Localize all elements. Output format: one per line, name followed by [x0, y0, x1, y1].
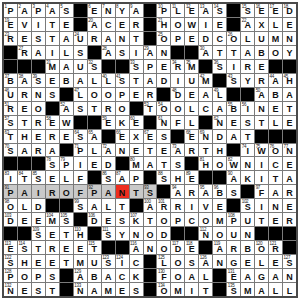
grid-cell[interactable]: A [102, 269, 115, 282]
grid-cell[interactable]: C [116, 269, 129, 282]
grid-cell[interactable]: H [18, 255, 31, 268]
grid-cell[interactable]: N [241, 227, 254, 240]
grid-cell[interactable]: B [255, 46, 268, 59]
grid-cell[interactable]: T [130, 32, 143, 45]
grid-cell[interactable]: N [144, 241, 157, 254]
highlighted-cell[interactable]: I [32, 185, 45, 198]
grid-cell[interactable]: O [171, 18, 184, 31]
grid-cell[interactable]: 60E [130, 116, 143, 129]
grid-cell[interactable]: 106D [88, 213, 101, 226]
grid-cell[interactable]: T [213, 46, 226, 59]
grid-cell[interactable]: 116A [130, 241, 143, 254]
grid-cell[interactable]: A [241, 46, 254, 59]
grid-cell[interactable]: M [171, 283, 184, 296]
grid-cell[interactable]: E [130, 88, 143, 101]
grid-cell[interactable]: E [32, 213, 45, 226]
grid-cell[interactable]: 70S [4, 144, 17, 157]
grid-cell[interactable]: X [130, 130, 143, 143]
grid-cell[interactable]: E [213, 199, 226, 212]
grid-cell[interactable]: C [130, 255, 143, 268]
grid-cell[interactable]: A [213, 102, 226, 115]
grid-cell[interactable]: S [46, 88, 59, 101]
grid-cell[interactable]: E [227, 116, 240, 129]
grid-cell[interactable]: T [18, 116, 31, 129]
grid-cell[interactable]: O [32, 102, 45, 115]
grid-cell[interactable]: T [255, 213, 268, 226]
grid-cell[interactable]: Y [283, 46, 296, 59]
grid-cell[interactable]: T [60, 227, 73, 240]
grid-cell[interactable]: 61N [157, 116, 170, 129]
grid-cell[interactable]: 36S [213, 60, 226, 73]
grid-cell[interactable]: D [32, 199, 45, 212]
grid-cell[interactable]: 85S [32, 171, 45, 184]
grid-cell[interactable]: 33S [130, 60, 143, 73]
grid-cell[interactable]: E [283, 157, 296, 170]
highlighted-cell[interactable]: 92P [88, 185, 101, 198]
grid-cell[interactable]: E [32, 255, 45, 268]
grid-cell[interactable]: L [283, 283, 296, 296]
grid-cell[interactable]: M [213, 213, 226, 226]
grid-cell[interactable]: R [255, 74, 268, 87]
grid-cell[interactable]: 32S [88, 60, 101, 73]
grid-cell[interactable]: 10P [157, 4, 170, 17]
grid-cell[interactable]: 45H [283, 74, 296, 87]
grid-cell[interactable]: T [144, 144, 157, 157]
grid-cell[interactable]: 31M [46, 60, 59, 73]
grid-cell[interactable]: S [32, 32, 45, 45]
grid-cell[interactable]: U [241, 213, 254, 226]
grid-cell[interactable]: 57S [4, 116, 17, 129]
grid-cell[interactable]: N [116, 144, 129, 157]
grid-cell[interactable]: X [255, 18, 268, 31]
grid-cell[interactable]: 129A [74, 269, 87, 282]
grid-cell[interactable]: C [199, 102, 212, 115]
grid-cell[interactable]: 125L [157, 255, 170, 268]
grid-cell[interactable]: T [255, 116, 268, 129]
selected-cell[interactable]: N [116, 185, 129, 198]
grid-cell[interactable]: 18D [283, 4, 296, 17]
grid-cell[interactable]: R [227, 241, 240, 254]
grid-cell[interactable]: 7N [102, 4, 115, 17]
grid-cell[interactable]: 1P [4, 4, 17, 17]
grid-cell[interactable]: 79P [60, 157, 73, 170]
grid-cell[interactable]: 84T [18, 171, 31, 184]
grid-cell[interactable]: 44A [269, 74, 282, 87]
grid-cell[interactable]: F [171, 116, 184, 129]
grid-cell[interactable]: 128P [4, 269, 17, 282]
grid-cell[interactable]: A [199, 88, 212, 101]
grid-cell[interactable]: T [116, 199, 129, 212]
grid-cell[interactable]: C [185, 213, 198, 226]
grid-cell[interactable]: 89E [185, 171, 198, 184]
grid-cell[interactable]: 69N [199, 130, 212, 143]
grid-cell[interactable]: 100A [144, 199, 157, 212]
grid-cell[interactable]: E [283, 199, 296, 212]
grid-cell[interactable]: 62N [213, 116, 226, 129]
highlighted-cell[interactable]: 93S [144, 185, 157, 198]
grid-cell[interactable]: R [46, 241, 59, 254]
grid-cell[interactable]: 54O [157, 102, 170, 115]
grid-cell[interactable]: T [241, 130, 254, 143]
grid-cell[interactable]: 103D [4, 213, 17, 226]
grid-cell[interactable]: 126A [199, 255, 212, 268]
grid-cell[interactable]: 66E [116, 130, 129, 143]
grid-cell[interactable]: 131E [227, 269, 240, 282]
grid-cell[interactable]: 35M [185, 60, 198, 73]
grid-cell[interactable]: R [171, 199, 184, 212]
grid-cell[interactable]: 101R [157, 199, 170, 212]
grid-cell[interactable]: 97F [255, 185, 268, 198]
grid-cell[interactable]: R [185, 185, 198, 198]
grid-cell[interactable]: O [213, 227, 226, 240]
grid-cell[interactable]: E [60, 18, 73, 31]
highlighted-cell[interactable]: 91P [4, 185, 17, 198]
grid-cell[interactable]: O [157, 213, 170, 226]
grid-cell[interactable]: S [46, 269, 59, 282]
grid-cell[interactable]: R [241, 60, 254, 73]
grid-cell[interactable]: 46U [4, 88, 17, 101]
grid-cell[interactable]: U [227, 227, 240, 240]
grid-cell[interactable]: A [241, 269, 254, 282]
grid-cell[interactable]: V [18, 18, 31, 31]
grid-cell[interactable]: A [60, 60, 73, 73]
grid-cell[interactable]: O [144, 227, 157, 240]
grid-cell[interactable]: O [88, 88, 101, 101]
grid-cell[interactable]: I [46, 46, 59, 59]
grid-cell[interactable]: S [171, 157, 184, 170]
grid-cell[interactable]: R [32, 116, 45, 129]
grid-cell[interactable]: A [269, 269, 282, 282]
grid-cell[interactable]: T [32, 241, 45, 254]
grid-cell[interactable]: E [46, 255, 59, 268]
grid-cell[interactable]: 133N [74, 283, 87, 296]
grid-cell[interactable]: S [116, 46, 129, 59]
grid-cell[interactable]: K [116, 116, 129, 129]
grid-cell[interactable]: B [241, 241, 254, 254]
grid-cell[interactable]: O [116, 102, 129, 115]
grid-cell[interactable]: E [185, 88, 198, 101]
grid-cell[interactable]: 76O [269, 144, 282, 157]
grid-cell[interactable]: 120O [255, 241, 268, 254]
grid-cell[interactable]: P [130, 171, 143, 184]
grid-cell[interactable]: E [116, 18, 129, 31]
grid-cell[interactable]: 51R [4, 102, 17, 115]
grid-cell[interactable]: E [102, 213, 115, 226]
highlighted-cell[interactable]: A [18, 185, 31, 198]
grid-cell[interactable]: N [130, 227, 143, 240]
grid-cell[interactable]: 75W [255, 144, 268, 157]
grid-cell[interactable]: 55B [227, 102, 240, 115]
grid-cell[interactable]: H [171, 171, 184, 184]
grid-cell[interactable]: O [213, 157, 226, 170]
grid-cell[interactable]: 5S [60, 4, 73, 17]
grid-cell[interactable]: 34R [171, 60, 184, 73]
grid-cell[interactable]: 50A [255, 88, 268, 101]
grid-cell[interactable]: R [144, 88, 157, 101]
grid-cell[interactable]: 56I [241, 102, 254, 115]
grid-cell[interactable]: 134O [157, 283, 170, 296]
grid-cell[interactable]: 77N [283, 144, 296, 157]
grid-cell[interactable]: I [185, 199, 198, 212]
grid-cell[interactable]: R [130, 18, 143, 31]
highlighted-cell[interactable]: T [130, 185, 143, 198]
grid-cell[interactable]: S [185, 255, 198, 268]
grid-cell[interactable]: A [46, 144, 59, 157]
grid-cell[interactable]: D [213, 130, 226, 143]
grid-cell[interactable]: W [185, 18, 198, 31]
grid-cell[interactable]: A [185, 269, 198, 282]
highlighted-cell[interactable]: F [74, 185, 87, 198]
grid-cell[interactable]: 6E [88, 4, 101, 17]
grid-cell[interactable]: 135S [227, 283, 240, 296]
grid-cell[interactable]: M [241, 283, 254, 296]
grid-cell[interactable]: O [171, 269, 184, 282]
grid-cell[interactable]: 9A [130, 4, 143, 17]
grid-cell[interactable]: U [88, 255, 101, 268]
grid-cell[interactable]: B [269, 88, 282, 101]
grid-cell[interactable]: T [227, 46, 240, 59]
grid-cell[interactable]: T [269, 171, 282, 184]
grid-cell[interactable]: L [102, 199, 115, 212]
grid-cell[interactable]: C [102, 18, 115, 31]
grid-cell[interactable]: E [255, 60, 268, 73]
grid-cell[interactable]: 52A [60, 102, 73, 115]
grid-cell[interactable]: 78S [46, 157, 59, 170]
grid-cell[interactable]: K [130, 269, 143, 282]
grid-cell[interactable]: 115T [88, 241, 101, 254]
grid-cell[interactable]: P [171, 213, 184, 226]
grid-cell[interactable]: 16E [255, 4, 268, 17]
grid-cell[interactable]: H [18, 130, 31, 143]
grid-cell[interactable]: 28A [102, 46, 115, 59]
grid-cell[interactable]: E [241, 255, 254, 268]
grid-cell[interactable]: 12E [185, 4, 198, 17]
grid-cell[interactable]: 105S [60, 213, 73, 226]
grid-cell[interactable]: E [18, 102, 31, 115]
grid-cell[interactable]: 94A [171, 185, 184, 198]
grid-cell[interactable]: 104M [46, 213, 59, 226]
grid-cell[interactable]: A [283, 171, 296, 184]
grid-cell[interactable]: A [283, 88, 296, 101]
grid-cell[interactable]: 83I [4, 171, 17, 184]
grid-cell[interactable]: O [171, 102, 184, 115]
grid-cell[interactable]: A [18, 144, 31, 157]
grid-cell[interactable]: R [283, 185, 296, 198]
grid-cell[interactable]: 87A [116, 171, 129, 184]
grid-cell[interactable]: 113E [4, 241, 17, 254]
grid-cell[interactable]: L [60, 171, 73, 184]
grid-cell[interactable]: 2A [18, 4, 31, 17]
grid-cell[interactable]: S [116, 213, 129, 226]
grid-cell[interactable]: N [116, 32, 129, 45]
grid-cell[interactable]: S [157, 130, 170, 143]
grid-cell[interactable]: E [157, 144, 170, 157]
grid-cell[interactable]: A [144, 157, 157, 170]
grid-cell[interactable]: S [241, 116, 254, 129]
grid-cell[interactable]: L [269, 283, 282, 296]
grid-cell[interactable]: E [18, 213, 31, 226]
grid-cell[interactable]: 124I [116, 255, 129, 268]
grid-cell[interactable]: D [199, 32, 212, 45]
grid-cell[interactable]: P [144, 60, 157, 73]
grid-cell[interactable]: E [269, 255, 282, 268]
grid-cell[interactable]: 82W [227, 157, 240, 170]
grid-cell[interactable]: N [283, 32, 296, 45]
grid-cell[interactable]: I [74, 157, 87, 170]
grid-cell[interactable]: 127S [283, 255, 296, 268]
grid-cell[interactable]: L [18, 199, 31, 212]
grid-cell[interactable]: 13A [199, 4, 212, 17]
grid-cell[interactable]: L [241, 32, 254, 45]
grid-cell[interactable]: S [74, 46, 87, 59]
grid-cell[interactable]: 53T [144, 102, 157, 115]
grid-cell[interactable]: P [171, 32, 184, 45]
grid-cell[interactable]: 22A [241, 18, 254, 31]
grid-cell[interactable]: I [130, 46, 143, 59]
grid-cell[interactable]: D [157, 227, 170, 240]
grid-cell[interactable]: E [32, 130, 45, 143]
grid-cell[interactable]: 109S [32, 227, 45, 240]
grid-cell[interactable]: I [255, 171, 268, 184]
grid-cell[interactable]: Y [116, 227, 129, 240]
grid-cell[interactable]: A [144, 74, 157, 87]
grid-cell[interactable]: S [227, 185, 240, 198]
grid-cell[interactable]: 49L [213, 88, 226, 101]
grid-cell[interactable]: 19E [4, 18, 17, 31]
grid-cell[interactable]: T [130, 74, 143, 87]
grid-cell[interactable]: Y [241, 74, 254, 87]
grid-cell[interactable]: E [46, 227, 59, 240]
grid-cell[interactable]: U [185, 74, 198, 87]
grid-cell[interactable]: 21H [157, 18, 170, 31]
grid-cell[interactable]: 27R [18, 46, 31, 59]
grid-cell[interactable]: N [157, 46, 170, 59]
grid-cell[interactable]: 14S [213, 4, 226, 17]
grid-cell[interactable]: E [130, 144, 143, 157]
grid-cell[interactable]: 25O [157, 32, 170, 45]
grid-cell[interactable]: 37B [4, 74, 17, 87]
grid-cell[interactable]: 38A [18, 74, 31, 87]
grid-cell[interactable]: P [32, 269, 45, 282]
grid-cell[interactable]: 118E [185, 241, 198, 254]
grid-cell[interactable]: E [269, 213, 282, 226]
grid-cell[interactable]: R [88, 32, 101, 45]
grid-cell[interactable]: I [227, 60, 240, 73]
grid-cell[interactable]: L [185, 102, 198, 115]
grid-cell[interactable]: 63T [4, 130, 17, 143]
grid-cell[interactable]: T [60, 255, 73, 268]
grid-cell[interactable]: N [269, 199, 282, 212]
grid-cell[interactable]: 30A [199, 46, 212, 59]
grid-cell[interactable]: B [60, 74, 73, 87]
grid-cell[interactable]: 107K [130, 213, 143, 226]
grid-cell[interactable]: F [74, 171, 87, 184]
grid-cell[interactable]: E [116, 283, 129, 296]
grid-cell[interactable]: 88S [157, 171, 170, 184]
grid-cell[interactable]: 110H [74, 227, 87, 240]
grid-cell[interactable]: A [102, 32, 115, 45]
highlighted-cell[interactable]: O [60, 185, 73, 198]
grid-cell[interactable]: 90A [227, 171, 240, 184]
grid-cell[interactable]: 17E [269, 4, 282, 17]
grid-cell[interactable]: L [255, 255, 268, 268]
grid-cell[interactable]: S [74, 102, 87, 115]
grid-cell[interactable]: 26O [227, 32, 240, 45]
grid-cell[interactable]: T [157, 157, 170, 170]
grid-cell[interactable]: R [18, 88, 31, 101]
grid-cell[interactable]: I [185, 283, 198, 296]
grid-cell[interactable]: 73A [171, 144, 184, 157]
grid-cell[interactable]: 95A [199, 185, 212, 198]
grid-cell[interactable]: T [199, 144, 212, 157]
grid-cell[interactable]: G [255, 269, 268, 282]
grid-cell[interactable]: A [60, 32, 73, 45]
grid-cell[interactable]: U [255, 32, 268, 45]
grid-cell[interactable]: 20A [88, 18, 101, 31]
grid-cell[interactable]: P [116, 88, 129, 101]
grid-cell[interactable]: 81H [199, 157, 212, 170]
grid-cell[interactable]: O [199, 213, 212, 226]
highlighted-cell[interactable]: R [46, 185, 59, 198]
grid-cell[interactable]: O [18, 269, 31, 282]
grid-cell[interactable]: 43S [227, 74, 240, 87]
grid-cell[interactable]: L [60, 46, 73, 59]
grid-cell[interactable]: I [199, 18, 212, 31]
grid-cell[interactable]: E [46, 74, 59, 87]
grid-cell[interactable]: E [283, 116, 296, 129]
grid-cell[interactable]: 59E [102, 116, 115, 129]
grid-cell[interactable]: K [241, 171, 254, 184]
grid-cell[interactable]: E [157, 60, 170, 73]
grid-cell[interactable]: 108P [227, 213, 240, 226]
grid-cell[interactable]: B [88, 269, 101, 282]
grid-cell[interactable]: 99S [74, 199, 87, 212]
grid-cell[interactable]: T [46, 18, 59, 31]
grid-cell[interactable]: 72A [102, 144, 115, 157]
grid-cell[interactable]: 86S [102, 171, 115, 184]
grid-cell[interactable]: V [199, 199, 212, 212]
grid-cell[interactable]: C [213, 32, 226, 45]
grid-cell[interactable]: N [255, 102, 268, 115]
grid-cell[interactable]: L [269, 116, 282, 129]
grid-cell[interactable]: 41S [116, 74, 129, 87]
grid-cell[interactable]: A [88, 283, 101, 296]
grid-cell[interactable]: A [74, 74, 87, 87]
grid-cell[interactable]: 15S [241, 4, 254, 17]
grid-cell[interactable]: E [269, 102, 282, 115]
grid-cell[interactable]: 117D [171, 241, 184, 254]
grid-cell[interactable]: 8Y [116, 4, 129, 17]
grid-cell[interactable]: T [199, 283, 212, 296]
grid-cell[interactable]: I [255, 157, 268, 170]
grid-cell[interactable]: T [46, 283, 59, 296]
grid-cell[interactable]: E [18, 283, 31, 296]
grid-cell[interactable]: A [32, 46, 45, 59]
grid-cell[interactable]: 102S [241, 199, 254, 212]
grid-cell[interactable]: L [199, 269, 212, 282]
grid-cell[interactable]: 48D [171, 88, 184, 101]
grid-cell[interactable]: 24U [74, 32, 87, 45]
grid-cell[interactable]: 64S [74, 130, 87, 143]
grid-cell[interactable]: L [88, 74, 101, 87]
grid-cell[interactable]: N [213, 255, 226, 268]
grid-cell[interactable]: R [102, 102, 115, 115]
grid-cell[interactable]: R [283, 213, 296, 226]
grid-cell[interactable]: A [227, 130, 240, 143]
grid-cell[interactable]: 42M [199, 74, 212, 87]
grid-cell[interactable]: M [74, 255, 87, 268]
grid-cell[interactable]: 119A [213, 241, 226, 254]
